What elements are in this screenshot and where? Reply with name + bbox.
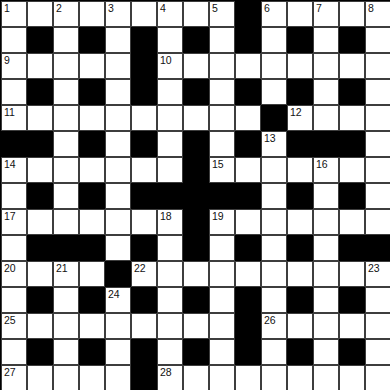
crossword-cell[interactable]: 22 [131,261,157,287]
crossword-cell[interactable] [105,209,131,235]
crossword-cell[interactable] [27,209,53,235]
crossword-cell[interactable] [53,53,79,79]
crossword-cell[interactable] [339,313,365,339]
crossword-cell[interactable] [79,313,105,339]
black-square [235,27,261,53]
crossword-cell[interactable]: 4 [157,1,183,27]
crossword-cell[interactable]: 25 [1,313,27,339]
crossword-cell[interactable] [1,235,27,261]
black-square [287,339,313,365]
crossword-cell[interactable] [209,235,235,261]
crossword-cell[interactable] [209,27,235,53]
crossword-cell[interactable] [53,131,79,157]
crossword-cell[interactable] [27,1,53,27]
crossword-cell[interactable] [313,287,339,313]
black-square [183,209,209,235]
black-square [27,131,53,157]
crossword-cell[interactable] [235,157,261,183]
crossword-cell[interactable] [235,261,261,287]
clue-number: 27 [4,366,16,378]
crossword-cell[interactable] [157,235,183,261]
black-square [183,183,209,209]
crossword-cell[interactable] [53,339,79,365]
crossword-cell[interactable] [287,365,313,390]
clue-number: 3 [108,2,114,14]
crossword-cell[interactable] [53,105,79,131]
crossword-cell[interactable] [313,79,339,105]
black-square [183,235,209,261]
crossword-cell[interactable] [105,235,131,261]
crossword-cell[interactable] [79,209,105,235]
clue-number: 21 [56,262,68,274]
black-square [235,1,261,27]
crossword-cell[interactable] [209,287,235,313]
black-square [27,339,53,365]
crossword-cell[interactable] [1,79,27,105]
crossword-cell[interactable] [339,105,365,131]
crossword-cell[interactable]: 6 [261,1,287,27]
crossword-cell[interactable] [365,313,390,339]
crossword-cell[interactable] [235,209,261,235]
black-square [339,287,365,313]
clue-number: 14 [4,158,16,170]
crossword-cell[interactable]: 23 [365,261,390,287]
crossword-cell[interactable] [157,261,183,287]
black-square [27,235,53,261]
crossword-cell[interactable] [339,261,365,287]
black-square [183,157,209,183]
crossword-cell[interactable] [79,105,105,131]
crossword-cell[interactable] [339,1,365,27]
black-square [79,235,105,261]
crossword-cell[interactable] [1,287,27,313]
crossword-cell[interactable]: 2 [53,1,79,27]
black-square [339,27,365,53]
black-square [105,261,131,287]
clue-number: 11 [4,106,15,118]
crossword-cell[interactable]: 11 [1,105,27,131]
crossword-cell[interactable] [365,105,390,131]
crossword-cell[interactable]: 1 [1,1,27,27]
crossword-cell[interactable] [183,105,209,131]
crossword-cell[interactable] [261,235,287,261]
crossword-cell[interactable] [79,365,105,390]
crossword-cell[interactable] [183,53,209,79]
crossword-cell[interactable] [105,27,131,53]
black-square [183,339,209,365]
black-square [235,339,261,365]
clue-number: 15 [212,158,224,170]
crossword-cell[interactable]: 16 [313,157,339,183]
crossword-cell[interactable] [313,313,339,339]
crossword-cell[interactable] [313,365,339,390]
crossword-cell[interactable]: 20 [1,261,27,287]
black-square [339,183,365,209]
black-square [235,287,261,313]
black-square [183,131,209,157]
black-square [131,131,157,157]
crossword-cell[interactable] [261,183,287,209]
crossword-cell[interactable] [27,105,53,131]
black-square [235,79,261,105]
black-square [131,365,157,390]
crossword-cell[interactable] [209,131,235,157]
black-square [339,131,365,157]
crossword-cell[interactable] [339,157,365,183]
crossword-cell[interactable] [131,157,157,183]
clue-number: 24 [108,288,120,300]
crossword-cell[interactable] [235,105,261,131]
clue-number: 7 [316,2,322,14]
crossword-cell[interactable] [53,183,79,209]
crossword-cell[interactable] [79,53,105,79]
crossword-cell[interactable] [365,79,390,105]
black-square [79,183,105,209]
crossword-cell[interactable]: 3 [105,1,131,27]
clue-number: 17 [4,210,16,222]
black-square [131,339,157,365]
clue-number: 25 [4,314,16,326]
crossword-cell[interactable] [105,365,131,390]
crossword-cell[interactable] [105,157,131,183]
black-square [131,287,157,313]
black-square [313,131,339,157]
crossword-cell[interactable]: 28 [157,365,183,390]
black-square [235,235,261,261]
crossword-cell[interactable] [27,157,53,183]
black-square [235,183,261,209]
crossword-cell[interactable] [79,261,105,287]
crossword-cell[interactable] [339,209,365,235]
crossword-cell[interactable]: 21 [53,261,79,287]
black-square [287,79,313,105]
crossword-cell[interactable] [235,365,261,390]
crossword-cell[interactable] [261,209,287,235]
crossword-cell[interactable] [365,157,390,183]
clue-number: 2 [56,2,62,14]
clue-number: 20 [4,262,16,274]
black-square [79,287,105,313]
crossword-cell[interactable] [53,365,79,390]
black-square [27,183,53,209]
clue-number: 12 [290,106,302,118]
crossword-cell[interactable] [313,235,339,261]
crossword-cell[interactable] [313,183,339,209]
crossword-cell[interactable] [105,105,131,131]
crossword-cell[interactable]: 15 [209,157,235,183]
crossword-cell[interactable] [313,27,339,53]
crossword-cell[interactable] [365,287,390,313]
black-square [183,79,209,105]
crossword-cell[interactable] [183,313,209,339]
crossword-cell[interactable] [287,209,313,235]
crossword-cell[interactable] [79,1,105,27]
crossword-cell[interactable] [79,157,105,183]
crossword-cell[interactable] [261,157,287,183]
black-square [157,183,183,209]
crossword-cell[interactable] [209,365,235,390]
black-square [183,287,209,313]
black-square [79,27,105,53]
crossword-cell[interactable] [235,53,261,79]
crossword-cell[interactable]: 7 [313,1,339,27]
crossword-cell[interactable] [105,339,131,365]
clue-number: 1 [4,2,10,14]
crossword-cell[interactable]: 24 [105,287,131,313]
crossword-cell[interactable] [157,287,183,313]
black-square [365,235,390,261]
crossword-cell[interactable]: 9 [1,53,27,79]
clue-number: 8 [368,2,374,14]
black-square [235,131,261,157]
crossword-cell[interactable] [365,209,390,235]
crossword-cell[interactable] [131,1,157,27]
crossword-cell[interactable]: 8 [365,1,390,27]
clue-number: 13 [264,132,276,144]
crossword-cell[interactable] [209,261,235,287]
crossword-board: 1234567891011121314151617181920212223242… [0,0,390,390]
crossword-cell[interactable] [105,79,131,105]
crossword-cell[interactable] [313,339,339,365]
crossword-cell[interactable] [261,339,287,365]
crossword-cell[interactable] [53,79,79,105]
crossword-cell[interactable] [27,313,53,339]
black-square [287,27,313,53]
crossword-cell[interactable] [261,287,287,313]
crossword-cell[interactable] [183,261,209,287]
black-square [79,339,105,365]
black-square [131,235,157,261]
clue-number: 9 [4,54,10,66]
crossword-cell[interactable] [157,27,183,53]
clue-number: 10 [160,54,172,66]
crossword-cell[interactable] [313,105,339,131]
clue-number: 5 [212,2,218,14]
crossword-cell[interactable] [27,365,53,390]
crossword-cell[interactable] [1,183,27,209]
crossword-cell[interactable] [27,53,53,79]
crossword-cell[interactable] [261,27,287,53]
crossword-cell[interactable] [313,261,339,287]
crossword-cell[interactable] [339,53,365,79]
crossword-cell[interactable] [365,53,390,79]
black-square [287,183,313,209]
crossword-cell[interactable] [157,79,183,105]
black-square [339,235,365,261]
black-square [131,27,157,53]
black-square [209,183,235,209]
crossword-cell[interactable]: 26 [261,313,287,339]
black-square [131,183,157,209]
crossword-cell[interactable] [53,27,79,53]
crossword-cell[interactable] [261,79,287,105]
black-square [79,131,105,157]
crossword-cell[interactable] [105,183,131,209]
black-square [339,339,365,365]
crossword-cell[interactable] [209,53,235,79]
crossword-cell[interactable] [157,131,183,157]
crossword-puzzle: 1234567891011121314151617181920212223242… [0,0,390,390]
clue-number: 4 [160,2,166,14]
crossword-cell[interactable]: 13 [261,131,287,157]
crossword-cell[interactable] [183,1,209,27]
black-square [131,79,157,105]
crossword-cell[interactable] [105,313,131,339]
crossword-cell[interactable] [209,79,235,105]
black-square [339,79,365,105]
crossword-cell[interactable] [1,27,27,53]
crossword-cell[interactable]: 5 [209,1,235,27]
crossword-cell[interactable] [365,27,390,53]
crossword-cell[interactable] [209,313,235,339]
black-square [287,131,313,157]
black-square [261,105,287,131]
crossword-cell[interactable]: 18 [157,209,183,235]
clue-number: 23 [368,262,380,274]
crossword-cell[interactable]: 19 [209,209,235,235]
crossword-cell[interactable] [365,131,390,157]
crossword-cell[interactable] [209,339,235,365]
crossword-cell[interactable] [183,365,209,390]
crossword-cell[interactable] [131,313,157,339]
crossword-cell[interactable] [27,261,53,287]
clue-number: 16 [316,158,328,170]
clue-number: 18 [160,210,172,222]
black-square [53,235,79,261]
crossword-cell[interactable] [287,1,313,27]
crossword-cell[interactable] [53,209,79,235]
crossword-cell[interactable] [53,313,79,339]
crossword-cell[interactable]: 14 [1,157,27,183]
crossword-cell[interactable] [313,53,339,79]
crossword-cell[interactable] [287,261,313,287]
black-square [183,27,209,53]
crossword-cell[interactable] [365,339,390,365]
crossword-cell[interactable]: 12 [287,105,313,131]
crossword-cell[interactable] [53,157,79,183]
clue-number: 28 [160,366,172,378]
crossword-cell[interactable] [131,209,157,235]
crossword-cell[interactable] [313,209,339,235]
black-square [287,235,313,261]
crossword-cell[interactable] [131,105,157,131]
black-square [131,53,157,79]
crossword-cell[interactable] [105,131,131,157]
crossword-cell[interactable]: 10 [157,53,183,79]
crossword-cell[interactable] [157,313,183,339]
black-square [27,27,53,53]
black-square [1,131,27,157]
clue-number: 19 [212,210,224,222]
crossword-cell[interactable] [261,365,287,390]
crossword-cell[interactable]: 17 [1,209,27,235]
black-square [79,79,105,105]
crossword-cell[interactable] [53,287,79,313]
crossword-cell[interactable] [157,339,183,365]
crossword-cell[interactable] [287,53,313,79]
crossword-cell[interactable] [287,157,313,183]
crossword-cell[interactable] [261,53,287,79]
crossword-cell[interactable] [157,157,183,183]
black-square [235,313,261,339]
clue-number: 22 [134,262,146,274]
crossword-cell[interactable] [365,365,390,390]
clue-number: 26 [264,314,276,326]
crossword-cell[interactable] [209,105,235,131]
crossword-cell[interactable] [365,183,390,209]
black-square [287,287,313,313]
crossword-cell[interactable] [105,53,131,79]
crossword-cell[interactable] [339,365,365,390]
crossword-cell[interactable] [261,261,287,287]
crossword-cell[interactable] [287,313,313,339]
clue-number: 6 [264,2,270,14]
crossword-cell[interactable]: 27 [1,365,27,390]
black-square [27,79,53,105]
crossword-cell[interactable] [157,105,183,131]
black-square [27,287,53,313]
crossword-cell[interactable] [1,339,27,365]
